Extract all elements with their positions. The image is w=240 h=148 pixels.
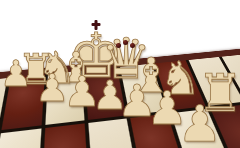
dark-square: [41, 124, 89, 148]
chess-piece-pawn: ♟: [178, 99, 223, 148]
king-finial-cross: [95, 20, 98, 30]
chess-set-photo: ♟♜♞♝♚♛♝♞♜♟♟♟♟♟♟: [0, 0, 240, 148]
queen-crown-beads: [125, 41, 127, 43]
chess-piece-pawn: ♟: [0, 56, 32, 92]
light-square: [0, 129, 41, 148]
